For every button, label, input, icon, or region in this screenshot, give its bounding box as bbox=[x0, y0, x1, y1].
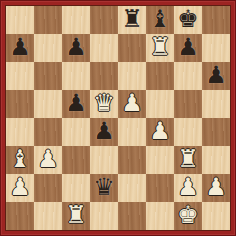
square-e2[interactable] bbox=[118, 174, 146, 202]
piece-white-pawn[interactable]: ♟ bbox=[174, 174, 202, 202]
square-h8[interactable] bbox=[202, 6, 230, 34]
square-c3[interactable] bbox=[62, 146, 90, 174]
square-e7[interactable] bbox=[118, 34, 146, 62]
square-b8[interactable] bbox=[34, 6, 62, 34]
square-a7[interactable]: ♟ bbox=[6, 34, 34, 62]
square-d1[interactable] bbox=[90, 202, 118, 230]
square-d4[interactable]: ♟ bbox=[90, 118, 118, 146]
square-a6[interactable] bbox=[6, 62, 34, 90]
piece-white-queen[interactable]: ♛ bbox=[90, 90, 118, 118]
square-a4[interactable] bbox=[6, 118, 34, 146]
square-h1[interactable] bbox=[202, 202, 230, 230]
square-e3[interactable] bbox=[118, 146, 146, 174]
square-g3[interactable]: ♜ bbox=[174, 146, 202, 174]
piece-white-rook[interactable]: ♜ bbox=[146, 34, 174, 62]
square-d2[interactable]: ♛ bbox=[90, 174, 118, 202]
piece-white-rook[interactable]: ♜ bbox=[174, 146, 202, 174]
square-f3[interactable] bbox=[146, 146, 174, 174]
piece-black-pawn[interactable]: ♟ bbox=[90, 118, 118, 146]
piece-black-king[interactable]: ♚ bbox=[174, 6, 202, 34]
piece-black-pawn[interactable]: ♟ bbox=[62, 34, 90, 62]
square-g2[interactable]: ♟ bbox=[174, 174, 202, 202]
square-a1[interactable] bbox=[6, 202, 34, 230]
square-b6[interactable] bbox=[34, 62, 62, 90]
square-c2[interactable] bbox=[62, 174, 90, 202]
chess-diagram: ♜♝♚♟♟♜♟♟♟♛♟♟♟♝♟♜♟♛♟♟♜♚ bbox=[0, 0, 236, 236]
piece-black-bishop[interactable]: ♝ bbox=[146, 6, 174, 34]
square-h2[interactable]: ♟ bbox=[202, 174, 230, 202]
square-g1[interactable]: ♚ bbox=[174, 202, 202, 230]
square-d7[interactable] bbox=[90, 34, 118, 62]
chess-board: ♜♝♚♟♟♜♟♟♟♛♟♟♟♝♟♜♟♛♟♟♜♚ bbox=[6, 6, 230, 230]
square-h5[interactable] bbox=[202, 90, 230, 118]
square-d3[interactable] bbox=[90, 146, 118, 174]
square-f6[interactable] bbox=[146, 62, 174, 90]
piece-black-pawn[interactable]: ♟ bbox=[62, 90, 90, 118]
square-h4[interactable] bbox=[202, 118, 230, 146]
square-c1[interactable]: ♜ bbox=[62, 202, 90, 230]
square-e8[interactable]: ♜ bbox=[118, 6, 146, 34]
square-b7[interactable] bbox=[34, 34, 62, 62]
piece-black-pawn[interactable]: ♟ bbox=[6, 34, 34, 62]
piece-white-pawn[interactable]: ♟ bbox=[34, 146, 62, 174]
square-c5[interactable]: ♟ bbox=[62, 90, 90, 118]
square-h7[interactable] bbox=[202, 34, 230, 62]
square-e6[interactable] bbox=[118, 62, 146, 90]
piece-black-pawn[interactable]: ♟ bbox=[202, 62, 230, 90]
piece-white-pawn[interactable]: ♟ bbox=[146, 118, 174, 146]
square-f1[interactable] bbox=[146, 202, 174, 230]
square-b2[interactable] bbox=[34, 174, 62, 202]
square-f4[interactable]: ♟ bbox=[146, 118, 174, 146]
square-e4[interactable] bbox=[118, 118, 146, 146]
square-d5[interactable]: ♛ bbox=[90, 90, 118, 118]
piece-black-rook[interactable]: ♜ bbox=[118, 6, 146, 34]
square-g4[interactable] bbox=[174, 118, 202, 146]
square-d6[interactable] bbox=[90, 62, 118, 90]
square-f5[interactable] bbox=[146, 90, 174, 118]
square-g7[interactable]: ♟ bbox=[174, 34, 202, 62]
square-b1[interactable] bbox=[34, 202, 62, 230]
square-a2[interactable]: ♟ bbox=[6, 174, 34, 202]
square-b4[interactable] bbox=[34, 118, 62, 146]
piece-white-rook[interactable]: ♜ bbox=[62, 202, 90, 230]
square-a8[interactable] bbox=[6, 6, 34, 34]
square-e5[interactable]: ♟ bbox=[118, 90, 146, 118]
piece-black-queen[interactable]: ♛ bbox=[90, 174, 118, 202]
square-a3[interactable]: ♝ bbox=[6, 146, 34, 174]
piece-white-pawn[interactable]: ♟ bbox=[6, 174, 34, 202]
square-c7[interactable]: ♟ bbox=[62, 34, 90, 62]
square-g8[interactable]: ♚ bbox=[174, 6, 202, 34]
square-f8[interactable]: ♝ bbox=[146, 6, 174, 34]
square-f7[interactable]: ♜ bbox=[146, 34, 174, 62]
square-g6[interactable] bbox=[174, 62, 202, 90]
square-c4[interactable] bbox=[62, 118, 90, 146]
square-d8[interactable] bbox=[90, 6, 118, 34]
piece-white-king[interactable]: ♚ bbox=[174, 202, 202, 230]
piece-black-pawn[interactable]: ♟ bbox=[174, 34, 202, 62]
piece-white-pawn[interactable]: ♟ bbox=[118, 90, 146, 118]
square-b3[interactable]: ♟ bbox=[34, 146, 62, 174]
square-h6[interactable]: ♟ bbox=[202, 62, 230, 90]
square-c8[interactable] bbox=[62, 6, 90, 34]
square-a5[interactable] bbox=[6, 90, 34, 118]
board-frame: ♜♝♚♟♟♜♟♟♟♛♟♟♟♝♟♜♟♛♟♟♜♚ bbox=[0, 0, 236, 236]
piece-white-bishop[interactable]: ♝ bbox=[6, 146, 34, 174]
square-e1[interactable] bbox=[118, 202, 146, 230]
square-h3[interactable] bbox=[202, 146, 230, 174]
piece-white-pawn[interactable]: ♟ bbox=[202, 174, 230, 202]
square-b5[interactable] bbox=[34, 90, 62, 118]
square-f2[interactable] bbox=[146, 174, 174, 202]
square-c6[interactable] bbox=[62, 62, 90, 90]
square-g5[interactable] bbox=[174, 90, 202, 118]
